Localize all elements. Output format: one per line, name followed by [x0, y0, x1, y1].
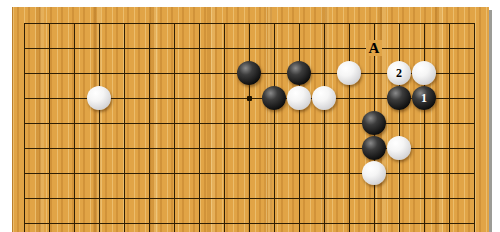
go-board[interactable]: A21 — [12, 7, 489, 232]
grid-line-vertical — [49, 23, 50, 232]
stone-white[interactable] — [87, 86, 111, 110]
stone-black[interactable] — [387, 86, 411, 110]
grid-line-vertical — [249, 23, 250, 232]
go-diagram-page: A21 — [0, 0, 500, 232]
stone-white[interactable] — [337, 61, 361, 85]
grid-line-vertical — [74, 23, 75, 232]
grid-line-horizontal — [24, 198, 475, 199]
stone-white[interactable] — [387, 136, 411, 160]
board-point-label: A — [366, 40, 382, 56]
grid-line-horizontal — [24, 223, 475, 224]
grid-line-vertical — [424, 23, 425, 232]
stone-black[interactable] — [287, 61, 311, 85]
grid-line-horizontal — [24, 23, 475, 24]
grid-line-vertical — [224, 23, 225, 232]
grid-line-vertical — [399, 23, 400, 232]
star-point — [247, 96, 252, 101]
grid-line-vertical — [449, 23, 450, 232]
stone-label: 2 — [396, 67, 402, 79]
grid-line-vertical — [274, 23, 275, 232]
stone-label: 1 — [421, 92, 427, 104]
grid-line-vertical — [99, 23, 100, 232]
stone-black[interactable] — [262, 86, 286, 110]
grid-line-vertical — [174, 23, 175, 232]
stone-black[interactable] — [362, 136, 386, 160]
stone-white[interactable] — [312, 86, 336, 110]
stone-white[interactable]: 2 — [387, 61, 411, 85]
grid-line-vertical — [299, 23, 300, 232]
grid-line-vertical — [324, 23, 325, 232]
grid-line-horizontal — [24, 48, 475, 49]
stone-black[interactable] — [237, 61, 261, 85]
grid-line-horizontal — [24, 123, 475, 124]
stone-white[interactable] — [412, 61, 436, 85]
stone-black[interactable]: 1 — [412, 86, 436, 110]
grid-line-vertical — [124, 23, 125, 232]
stone-white[interactable] — [287, 86, 311, 110]
grid-line-vertical — [149, 23, 150, 232]
grid-line-vertical — [349, 23, 350, 232]
grid-line-vertical — [24, 23, 25, 232]
grid-line-vertical — [474, 23, 475, 232]
stone-black[interactable] — [362, 111, 386, 135]
stone-white[interactable] — [362, 161, 386, 185]
grid-line-vertical — [199, 23, 200, 232]
grid-line-horizontal — [24, 173, 475, 174]
